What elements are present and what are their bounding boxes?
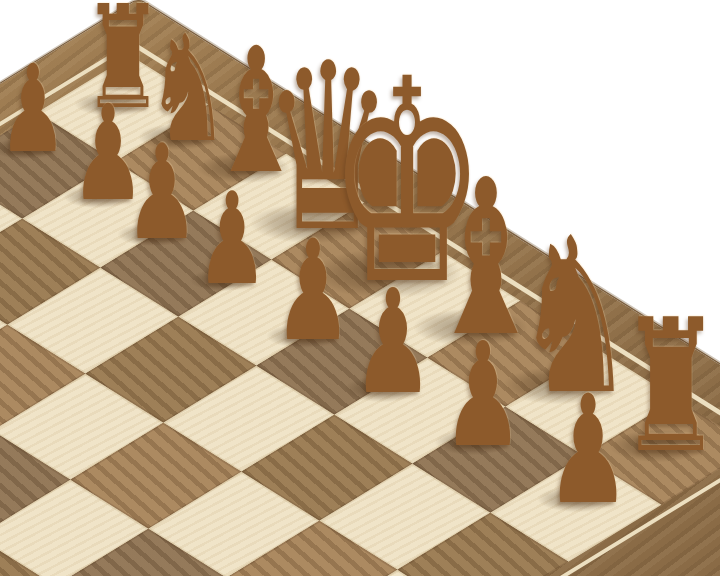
pawn-f7[interactable]: ♟ [352,270,433,414]
pawn-e7[interactable]: ♟ [274,222,353,361]
pawn-d7[interactable]: ♟ [196,176,268,303]
pawn-a7[interactable]: ♟ [0,49,67,170]
chess-set-photo: ♜♞♝♛♚♝♞♜♟♟♟♟♟♟♟♟ [0,0,720,576]
pawn-g7[interactable]: ♟ [442,323,523,467]
pawn-c7[interactable]: ♟ [125,127,199,258]
pawn-h7[interactable]: ♟ [546,375,631,525]
rook-h8[interactable]: ♜ [619,295,720,478]
